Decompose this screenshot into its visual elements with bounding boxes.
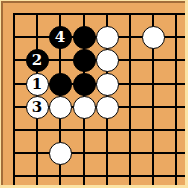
stone-white — [142, 26, 165, 49]
move-number-label: 4 — [55, 29, 65, 44]
stone-black-move-4: 4 — [49, 26, 72, 49]
stone-black — [49, 73, 72, 96]
move-number-label: 1 — [32, 76, 42, 91]
move-number-label: 3 — [32, 99, 42, 114]
grid-line-vertical — [129, 13, 131, 185]
stone-white — [96, 73, 119, 96]
stone-white — [96, 26, 119, 49]
stone-white — [49, 96, 72, 119]
grid-line-horizontal — [13, 129, 185, 131]
stone-white — [73, 96, 96, 119]
stone-white-move-3: 3 — [26, 96, 49, 119]
stone-black — [73, 26, 96, 49]
stone-black-move-2: 2 — [26, 49, 49, 72]
grid-line-vertical — [175, 13, 177, 185]
stone-black — [73, 49, 96, 72]
stone-white-move-1: 1 — [26, 73, 49, 96]
grid-line-vertical — [13, 13, 15, 185]
stone-white — [96, 49, 119, 72]
move-number-label: 2 — [32, 52, 42, 67]
grid-line-horizontal — [13, 175, 185, 177]
stone-white — [96, 96, 119, 119]
grid-line-horizontal — [13, 152, 185, 154]
go-board: 4213 — [1, 1, 185, 185]
grid-line-horizontal — [13, 13, 185, 15]
go-diagram: 4213 — [0, 0, 188, 188]
stone-black — [73, 73, 96, 96]
stone-white — [49, 142, 72, 165]
